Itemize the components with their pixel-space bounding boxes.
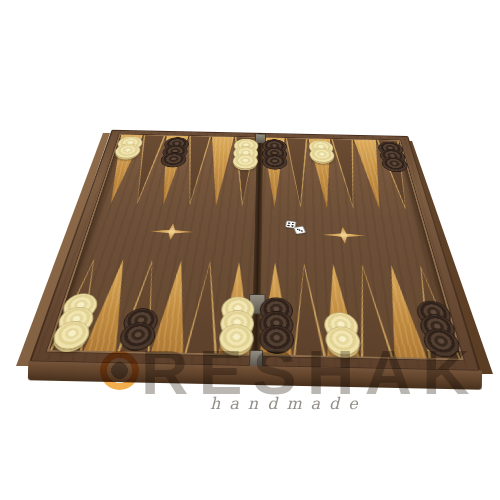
watermark-handmade-text: handmade	[210, 394, 367, 413]
product-photo: RESHAK handmade	[0, 0, 500, 500]
watermark-ring-logo	[100, 351, 139, 390]
star-inlay-left	[148, 223, 194, 241]
checker-dark-far-p3-3[interactable]	[159, 152, 187, 168]
point-inner	[287, 138, 312, 205]
checker-cream-far-p6-3[interactable]	[232, 153, 258, 169]
backgammon-board	[29, 130, 481, 372]
checker-dark-far-p7-3[interactable]	[262, 154, 288, 170]
star-inlay-right	[321, 226, 367, 244]
